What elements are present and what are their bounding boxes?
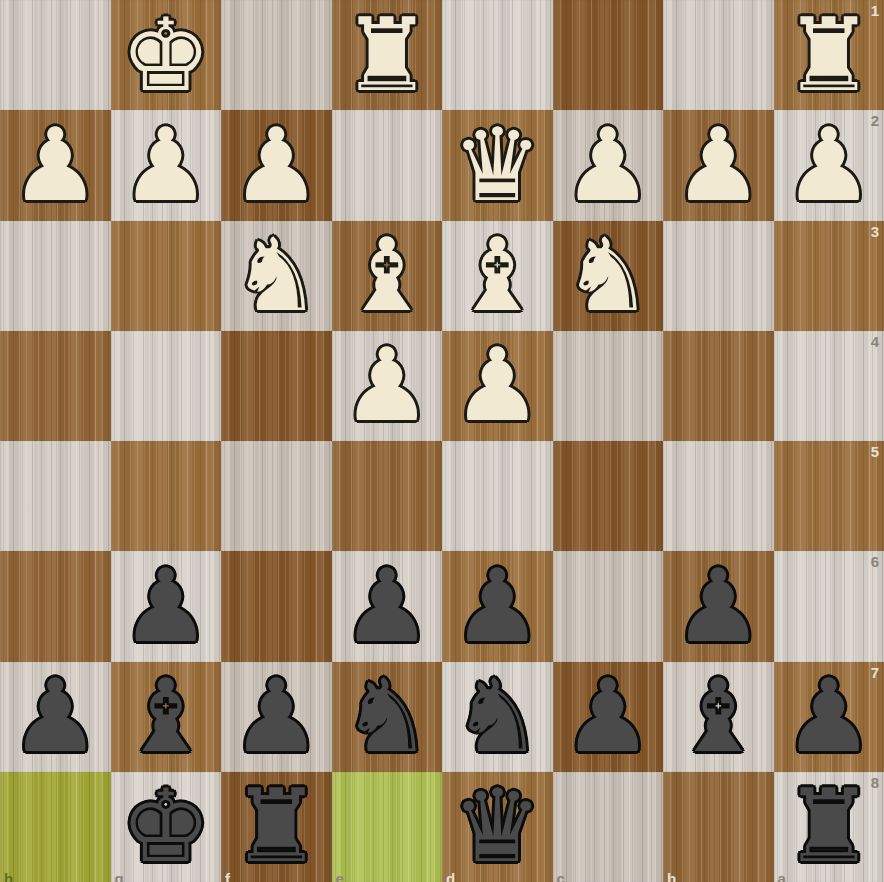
square-g4[interactable] (111, 331, 222, 441)
square-b4[interactable] (663, 331, 774, 441)
square-a3[interactable]: 3 (774, 221, 884, 331)
black-pawn[interactable]: ♟ (341, 556, 432, 657)
black-pawn[interactable]: ♟ (783, 666, 874, 767)
square-h8[interactable]: h (0, 772, 111, 882)
square-e3[interactable]: ♝ (332, 221, 443, 331)
square-g6[interactable]: ♟ (111, 551, 222, 661)
black-bishop[interactable]: ♝ (673, 666, 764, 767)
white-king[interactable]: ♚ (120, 5, 211, 106)
square-b3[interactable] (663, 221, 774, 331)
square-g8[interactable]: ♚g (111, 772, 222, 882)
black-pawn[interactable]: ♟ (10, 666, 101, 767)
square-c6[interactable] (553, 551, 664, 661)
square-e1[interactable]: ♜ (332, 0, 443, 110)
black-bishop[interactable]: ♝ (120, 666, 211, 767)
file-label-b: b (667, 871, 676, 882)
black-queen[interactable]: ♛ (452, 776, 543, 877)
square-b7[interactable]: ♝ (663, 662, 774, 772)
black-knight[interactable]: ♞ (341, 666, 432, 767)
square-f6[interactable] (221, 551, 332, 661)
chess-board-wrap: ♚♜♜1♟♟♟♛♟♟♟2♞♝♝♞3♟♟45♟♟♟♟6♟♝♟♞♞♟♝♟7h♚g♜f… (0, 0, 884, 882)
square-g1[interactable]: ♚ (111, 0, 222, 110)
black-pawn[interactable]: ♟ (673, 556, 764, 657)
white-bishop[interactable]: ♝ (452, 225, 543, 326)
square-d3[interactable]: ♝ (442, 221, 553, 331)
white-pawn[interactable]: ♟ (341, 335, 432, 436)
rank-label-6: 6 (871, 554, 879, 569)
square-a6[interactable]: 6 (774, 551, 884, 661)
square-a5[interactable]: 5 (774, 441, 884, 551)
black-rook[interactable]: ♜ (231, 776, 322, 877)
square-h5[interactable] (0, 441, 111, 551)
square-d1[interactable] (442, 0, 553, 110)
square-h7[interactable]: ♟ (0, 662, 111, 772)
white-pawn[interactable]: ♟ (120, 115, 211, 216)
square-f4[interactable] (221, 331, 332, 441)
white-knight[interactable]: ♞ (231, 225, 322, 326)
square-c1[interactable] (553, 0, 664, 110)
square-g3[interactable] (111, 221, 222, 331)
white-pawn[interactable]: ♟ (452, 335, 543, 436)
square-e7[interactable]: ♞ (332, 662, 443, 772)
square-e2[interactable] (332, 110, 443, 220)
square-c3[interactable]: ♞ (553, 221, 664, 331)
white-pawn[interactable]: ♟ (673, 115, 764, 216)
white-rook[interactable]: ♜ (783, 5, 874, 106)
rank-label-4: 4 (871, 334, 879, 349)
square-h4[interactable] (0, 331, 111, 441)
square-e5[interactable] (332, 441, 443, 551)
square-d7[interactable]: ♞ (442, 662, 553, 772)
black-rook[interactable]: ♜ (783, 776, 874, 877)
black-pawn[interactable]: ♟ (562, 666, 653, 767)
white-pawn[interactable]: ♟ (10, 115, 101, 216)
square-b6[interactable]: ♟ (663, 551, 774, 661)
square-f3[interactable]: ♞ (221, 221, 332, 331)
square-h2[interactable]: ♟ (0, 110, 111, 220)
square-e6[interactable]: ♟ (332, 551, 443, 661)
square-c2[interactable]: ♟ (553, 110, 664, 220)
square-c4[interactable] (553, 331, 664, 441)
square-a2[interactable]: ♟2 (774, 110, 884, 220)
white-pawn[interactable]: ♟ (562, 115, 653, 216)
square-g2[interactable]: ♟ (111, 110, 222, 220)
square-e8[interactable]: e (332, 772, 443, 882)
white-pawn[interactable]: ♟ (783, 115, 874, 216)
square-b5[interactable] (663, 441, 774, 551)
square-c5[interactable] (553, 441, 664, 551)
file-label-e: e (336, 871, 344, 882)
square-f2[interactable]: ♟ (221, 110, 332, 220)
square-f5[interactable] (221, 441, 332, 551)
square-h3[interactable] (0, 221, 111, 331)
square-a1[interactable]: ♜1 (774, 0, 884, 110)
white-rook[interactable]: ♜ (341, 5, 432, 106)
white-pawn[interactable]: ♟ (231, 115, 322, 216)
square-d2[interactable]: ♛ (442, 110, 553, 220)
chess-board: ♚♜♜1♟♟♟♛♟♟♟2♞♝♝♞3♟♟45♟♟♟♟6♟♝♟♞♞♟♝♟7h♚g♜f… (0, 0, 884, 882)
square-a8[interactable]: ♜8a (774, 772, 884, 882)
black-knight[interactable]: ♞ (452, 666, 543, 767)
white-bishop[interactable]: ♝ (341, 225, 432, 326)
black-king[interactable]: ♚ (120, 776, 211, 877)
square-d6[interactable]: ♟ (442, 551, 553, 661)
square-b2[interactable]: ♟ (663, 110, 774, 220)
square-b8[interactable]: b (663, 772, 774, 882)
white-queen[interactable]: ♛ (452, 115, 543, 216)
square-d5[interactable] (442, 441, 553, 551)
square-c8[interactable]: c (553, 772, 664, 882)
square-d8[interactable]: ♛d (442, 772, 553, 882)
square-b1[interactable] (663, 0, 774, 110)
square-a4[interactable]: 4 (774, 331, 884, 441)
square-g5[interactable] (111, 441, 222, 551)
rank-label-5: 5 (871, 444, 879, 459)
file-label-h: h (4, 871, 13, 882)
square-h6[interactable] (0, 551, 111, 661)
black-pawn[interactable]: ♟ (231, 666, 322, 767)
square-a7[interactable]: ♟7 (774, 662, 884, 772)
square-f8[interactable]: ♜f (221, 772, 332, 882)
square-e4[interactable]: ♟ (332, 331, 443, 441)
square-h1[interactable] (0, 0, 111, 110)
square-f1[interactable] (221, 0, 332, 110)
white-knight[interactable]: ♞ (562, 225, 653, 326)
square-d4[interactable]: ♟ (442, 331, 553, 441)
file-label-c: c (557, 871, 565, 882)
square-c7[interactable]: ♟ (553, 662, 664, 772)
black-pawn[interactable]: ♟ (452, 556, 543, 657)
black-pawn[interactable]: ♟ (120, 556, 211, 657)
file-label-f: f (225, 871, 230, 882)
rank-label-3: 3 (871, 224, 879, 239)
square-g7[interactable]: ♝ (111, 662, 222, 772)
square-f7[interactable]: ♟ (221, 662, 332, 772)
